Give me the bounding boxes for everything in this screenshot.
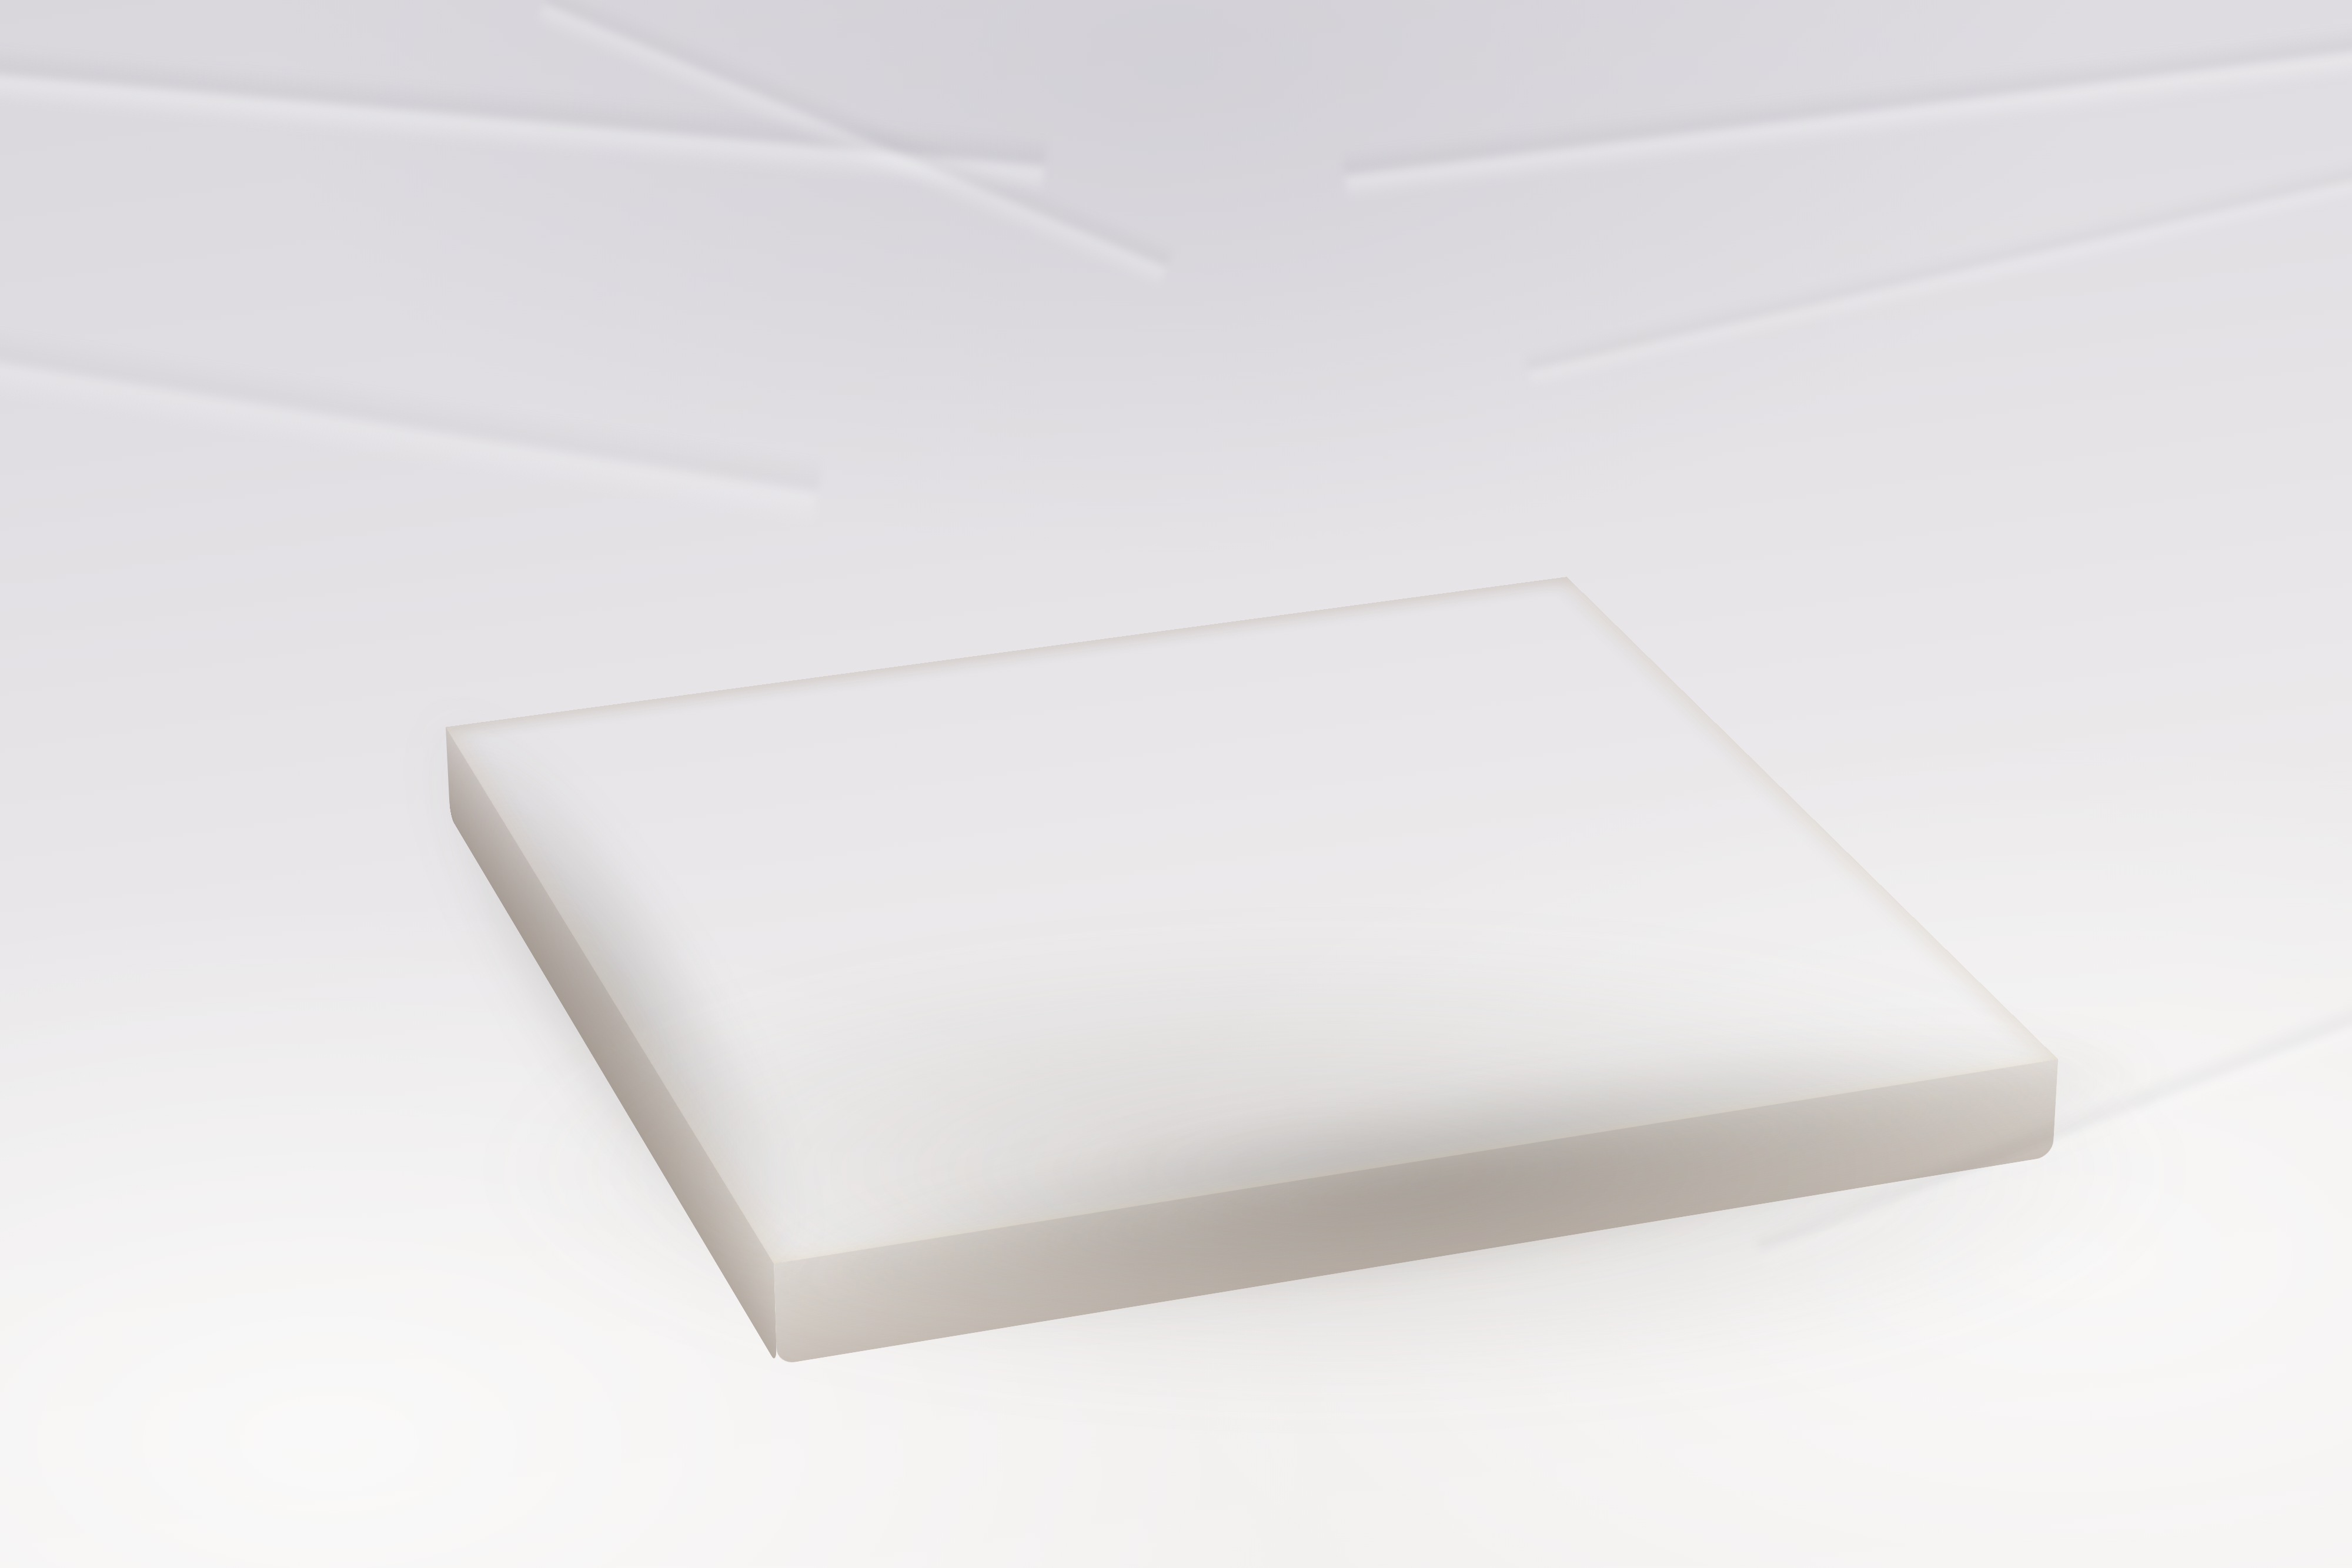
fabric-wrinkle <box>0 319 823 527</box>
fabric-wrinkle <box>1524 154 2352 389</box>
fabric-wrinkle <box>1342 15 2352 201</box>
